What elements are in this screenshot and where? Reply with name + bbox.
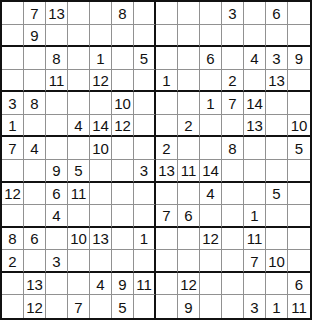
cell-r8c5[interactable] bbox=[90, 160, 112, 183]
cell-r1c7[interactable] bbox=[134, 2, 156, 25]
cell-r12c14[interactable] bbox=[288, 250, 310, 273]
cell-r4c7[interactable] bbox=[134, 70, 156, 93]
cell-r2c9[interactable] bbox=[178, 25, 200, 48]
cell-r13c8[interactable] bbox=[156, 273, 178, 296]
cell-r9c5[interactable] bbox=[90, 183, 112, 206]
cell-r1c12[interactable] bbox=[244, 2, 266, 25]
cell-r12c2[interactable] bbox=[24, 250, 46, 273]
cell-r2c14[interactable] bbox=[288, 25, 310, 48]
cell-r13c6[interactable]: 9 bbox=[112, 273, 134, 296]
cell-r11c1[interactable]: 8 bbox=[2, 228, 24, 251]
cell-r9c3[interactable]: 6 bbox=[46, 183, 68, 206]
cell-r3c11[interactable] bbox=[222, 47, 244, 70]
cell-r12c8[interactable] bbox=[156, 250, 178, 273]
cell-r13c12[interactable] bbox=[244, 273, 266, 296]
cell-r9c14[interactable] bbox=[288, 183, 310, 206]
cell-r4c14[interactable] bbox=[288, 70, 310, 93]
cell-r1c4[interactable] bbox=[68, 2, 90, 25]
cell-r12c13[interactable]: 10 bbox=[266, 250, 288, 273]
cell-r14c14[interactable]: 11 bbox=[288, 295, 310, 318]
cell-r14c3[interactable] bbox=[46, 295, 68, 318]
cell-r3c6[interactable] bbox=[112, 47, 134, 70]
cell-r1c13[interactable]: 6 bbox=[266, 2, 288, 25]
cell-r6c14[interactable]: 10 bbox=[288, 115, 310, 138]
cell-r14c2[interactable]: 12 bbox=[24, 295, 46, 318]
cell-r9c2[interactable] bbox=[24, 183, 46, 206]
cell-r13c13[interactable] bbox=[266, 273, 288, 296]
cell-r5c10[interactable]: 1 bbox=[200, 92, 222, 115]
cell-r14c8[interactable] bbox=[156, 295, 178, 318]
cell-r5c4[interactable] bbox=[68, 92, 90, 115]
cell-r7c11[interactable]: 8 bbox=[222, 137, 244, 160]
cell-r3c8[interactable] bbox=[156, 47, 178, 70]
cell-r5c7[interactable] bbox=[134, 92, 156, 115]
cell-r2c11[interactable] bbox=[222, 25, 244, 48]
cell-r3c4[interactable] bbox=[68, 47, 90, 70]
cell-r11c6[interactable] bbox=[112, 228, 134, 251]
cell-r8c2[interactable] bbox=[24, 160, 46, 183]
cell-r10c11[interactable] bbox=[222, 205, 244, 228]
cell-r4c10[interactable] bbox=[200, 70, 222, 93]
cell-r9c10[interactable]: 4 bbox=[200, 183, 222, 206]
cell-r14c7[interactable] bbox=[134, 295, 156, 318]
cell-r3c1[interactable] bbox=[2, 47, 24, 70]
cell-r1c5[interactable] bbox=[90, 2, 112, 25]
cell-r10c5[interactable] bbox=[90, 205, 112, 228]
cell-r6c1[interactable]: 1 bbox=[2, 115, 24, 138]
cell-r12c11[interactable] bbox=[222, 250, 244, 273]
cell-r10c6[interactable] bbox=[112, 205, 134, 228]
cell-r14c10[interactable] bbox=[200, 295, 222, 318]
cell-r13c2[interactable]: 13 bbox=[24, 273, 46, 296]
cell-r4c9[interactable] bbox=[178, 70, 200, 93]
cell-r9c1[interactable]: 12 bbox=[2, 183, 24, 206]
cell-r6c7[interactable] bbox=[134, 115, 156, 138]
cell-r10c14[interactable] bbox=[288, 205, 310, 228]
cell-r5c3[interactable] bbox=[46, 92, 68, 115]
cell-r8c3[interactable]: 9 bbox=[46, 160, 68, 183]
cell-r4c11[interactable]: 2 bbox=[222, 70, 244, 93]
cell-r13c5[interactable]: 4 bbox=[90, 273, 112, 296]
cell-r9c12[interactable] bbox=[244, 183, 266, 206]
cell-r5c8[interactable] bbox=[156, 92, 178, 115]
cell-r6c8[interactable] bbox=[156, 115, 178, 138]
cell-r7c1[interactable]: 7 bbox=[2, 137, 24, 160]
cell-r6c13[interactable] bbox=[266, 115, 288, 138]
cell-r11c3[interactable] bbox=[46, 228, 68, 251]
cell-r14c13[interactable]: 1 bbox=[266, 295, 288, 318]
cell-r7c10[interactable] bbox=[200, 137, 222, 160]
cell-r2c2[interactable]: 9 bbox=[24, 25, 46, 48]
cell-r7c3[interactable] bbox=[46, 137, 68, 160]
cell-r12c6[interactable] bbox=[112, 250, 134, 273]
sudoku-board: 7138369815643911121213381017141414122131… bbox=[0, 0, 312, 320]
cell-r1c11[interactable]: 3 bbox=[222, 2, 244, 25]
cell-r14c12[interactable]: 3 bbox=[244, 295, 266, 318]
cell-r14c9[interactable]: 9 bbox=[178, 295, 200, 318]
cell-r5c12[interactable]: 14 bbox=[244, 92, 266, 115]
cell-r6c6[interactable]: 12 bbox=[112, 115, 134, 138]
cell-r11c9[interactable] bbox=[178, 228, 200, 251]
cell-r13c11[interactable] bbox=[222, 273, 244, 296]
cell-r8c14[interactable] bbox=[288, 160, 310, 183]
cell-r13c10[interactable] bbox=[200, 273, 222, 296]
cell-r5c9[interactable] bbox=[178, 92, 200, 115]
cell-r2c10[interactable] bbox=[200, 25, 222, 48]
cell-r8c4[interactable]: 5 bbox=[68, 160, 90, 183]
cell-r8c10[interactable]: 14 bbox=[200, 160, 222, 183]
cell-r2c6[interactable] bbox=[112, 25, 134, 48]
cell-r2c3[interactable] bbox=[46, 25, 68, 48]
cell-r14c1[interactable] bbox=[2, 295, 24, 318]
cell-r6c3[interactable] bbox=[46, 115, 68, 138]
cell-r9c11[interactable] bbox=[222, 183, 244, 206]
cell-r4c2[interactable] bbox=[24, 70, 46, 93]
cell-r2c4[interactable] bbox=[68, 25, 90, 48]
cell-r8c11[interactable] bbox=[222, 160, 244, 183]
cell-r10c8[interactable]: 7 bbox=[156, 205, 178, 228]
cell-r6c5[interactable]: 14 bbox=[90, 115, 112, 138]
cell-r7c4[interactable] bbox=[68, 137, 90, 160]
cell-r14c11[interactable] bbox=[222, 295, 244, 318]
cell-r8c8[interactable]: 13 bbox=[156, 160, 178, 183]
cell-r1c14[interactable] bbox=[288, 2, 310, 25]
cell-r7c5[interactable]: 10 bbox=[90, 137, 112, 160]
cell-r12c9[interactable] bbox=[178, 250, 200, 273]
cell-r11c4[interactable]: 10 bbox=[68, 228, 90, 251]
cell-r5c1[interactable]: 3 bbox=[2, 92, 24, 115]
cell-r13c4[interactable] bbox=[68, 273, 90, 296]
cell-r9c4[interactable]: 11 bbox=[68, 183, 90, 206]
cell-r4c13[interactable]: 13 bbox=[266, 70, 288, 93]
cell-r10c4[interactable] bbox=[68, 205, 90, 228]
cell-r6c2[interactable] bbox=[24, 115, 46, 138]
cell-r11c14[interactable] bbox=[288, 228, 310, 251]
cell-r2c8[interactable] bbox=[156, 25, 178, 48]
cell-r1c1[interactable] bbox=[2, 2, 24, 25]
cell-r7c9[interactable] bbox=[178, 137, 200, 160]
cell-r6c11[interactable] bbox=[222, 115, 244, 138]
cell-r3c10[interactable]: 6 bbox=[200, 47, 222, 70]
cell-r11c8[interactable] bbox=[156, 228, 178, 251]
cell-r8c13[interactable] bbox=[266, 160, 288, 183]
cell-r7c13[interactable] bbox=[266, 137, 288, 160]
cell-r9c8[interactable] bbox=[156, 183, 178, 206]
cell-r9c9[interactable] bbox=[178, 183, 200, 206]
cell-r13c9[interactable]: 12 bbox=[178, 273, 200, 296]
cell-r14c6[interactable]: 5 bbox=[112, 295, 134, 318]
cell-r1c6[interactable]: 8 bbox=[112, 2, 134, 25]
cell-r10c3[interactable]: 4 bbox=[46, 205, 68, 228]
cell-r8c9[interactable]: 11 bbox=[178, 160, 200, 183]
cell-r9c6[interactable] bbox=[112, 183, 134, 206]
cell-r9c7[interactable] bbox=[134, 183, 156, 206]
cell-r3c9[interactable] bbox=[178, 47, 200, 70]
cell-r6c4[interactable]: 4 bbox=[68, 115, 90, 138]
cell-r3c3[interactable]: 8 bbox=[46, 47, 68, 70]
cell-r4c1[interactable] bbox=[2, 70, 24, 93]
cell-r2c13[interactable] bbox=[266, 25, 288, 48]
cell-r9c13[interactable]: 5 bbox=[266, 183, 288, 206]
cell-r7c7[interactable] bbox=[134, 137, 156, 160]
cell-r13c1[interactable] bbox=[2, 273, 24, 296]
cell-r10c12[interactable]: 1 bbox=[244, 205, 266, 228]
cell-r5c14[interactable] bbox=[288, 92, 310, 115]
cell-r3c14[interactable]: 9 bbox=[288, 47, 310, 70]
cell-r4c12[interactable] bbox=[244, 70, 266, 93]
cell-r3c2[interactable] bbox=[24, 47, 46, 70]
cell-r12c1[interactable]: 2 bbox=[2, 250, 24, 273]
cell-r1c2[interactable]: 7 bbox=[24, 2, 46, 25]
cell-r11c10[interactable]: 12 bbox=[200, 228, 222, 251]
cell-r12c3[interactable]: 3 bbox=[46, 250, 68, 273]
cell-r14c5[interactable] bbox=[90, 295, 112, 318]
cell-r11c13[interactable] bbox=[266, 228, 288, 251]
cell-r14c4[interactable]: 7 bbox=[68, 295, 90, 318]
cell-r10c1[interactable] bbox=[2, 205, 24, 228]
cell-r1c9[interactable] bbox=[178, 2, 200, 25]
cell-r1c3[interactable]: 13 bbox=[46, 2, 68, 25]
cell-r5c11[interactable]: 7 bbox=[222, 92, 244, 115]
cell-r4c5[interactable]: 12 bbox=[90, 70, 112, 93]
cell-r3c5[interactable]: 1 bbox=[90, 47, 112, 70]
cell-r3c12[interactable]: 4 bbox=[244, 47, 266, 70]
cell-r3c13[interactable]: 3 bbox=[266, 47, 288, 70]
cell-r1c10[interactable] bbox=[200, 2, 222, 25]
cell-r8c1[interactable] bbox=[2, 160, 24, 183]
cell-r10c10[interactable] bbox=[200, 205, 222, 228]
cell-r8c6[interactable] bbox=[112, 160, 134, 183]
cell-r5c13[interactable] bbox=[266, 92, 288, 115]
cell-r7c8[interactable]: 2 bbox=[156, 137, 178, 160]
cell-r7c6[interactable] bbox=[112, 137, 134, 160]
cell-r5c2[interactable]: 8 bbox=[24, 92, 46, 115]
cell-r13c14[interactable]: 6 bbox=[288, 273, 310, 296]
cell-r4c4[interactable] bbox=[68, 70, 90, 93]
cell-r10c13[interactable] bbox=[266, 205, 288, 228]
cell-r13c7[interactable]: 11 bbox=[134, 273, 156, 296]
cell-r7c12[interactable] bbox=[244, 137, 266, 160]
cell-r6c10[interactable] bbox=[200, 115, 222, 138]
cell-r1c8[interactable] bbox=[156, 2, 178, 25]
cell-r11c5[interactable]: 13 bbox=[90, 228, 112, 251]
cell-r12c7[interactable] bbox=[134, 250, 156, 273]
cell-r11c12[interactable]: 11 bbox=[244, 228, 266, 251]
cell-r7c14[interactable]: 5 bbox=[288, 137, 310, 160]
cell-r6c9[interactable]: 2 bbox=[178, 115, 200, 138]
cell-r2c7[interactable] bbox=[134, 25, 156, 48]
cell-r12c12[interactable]: 7 bbox=[244, 250, 266, 273]
cell-r11c7[interactable]: 1 bbox=[134, 228, 156, 251]
cell-r12c5[interactable] bbox=[90, 250, 112, 273]
cell-r2c12[interactable] bbox=[244, 25, 266, 48]
cell-r4c3[interactable]: 11 bbox=[46, 70, 68, 93]
cell-r6c12[interactable]: 13 bbox=[244, 115, 266, 138]
cell-r13c3[interactable] bbox=[46, 273, 68, 296]
cell-r5c6[interactable]: 10 bbox=[112, 92, 134, 115]
cell-r11c11[interactable] bbox=[222, 228, 244, 251]
cell-r4c6[interactable] bbox=[112, 70, 134, 93]
cell-r10c2[interactable] bbox=[24, 205, 46, 228]
cell-r12c10[interactable] bbox=[200, 250, 222, 273]
cell-r5c5[interactable] bbox=[90, 92, 112, 115]
cell-r12c4[interactable] bbox=[68, 250, 90, 273]
cell-r7c2[interactable]: 4 bbox=[24, 137, 46, 160]
cell-r10c9[interactable]: 6 bbox=[178, 205, 200, 228]
cell-r8c12[interactable] bbox=[244, 160, 266, 183]
cell-r4c8[interactable]: 1 bbox=[156, 70, 178, 93]
cell-r8c7[interactable]: 3 bbox=[134, 160, 156, 183]
cell-r2c1[interactable] bbox=[2, 25, 24, 48]
cell-r2c5[interactable] bbox=[90, 25, 112, 48]
cell-r11c2[interactable]: 6 bbox=[24, 228, 46, 251]
cell-r10c7[interactable] bbox=[134, 205, 156, 228]
cell-r3c7[interactable]: 5 bbox=[134, 47, 156, 70]
